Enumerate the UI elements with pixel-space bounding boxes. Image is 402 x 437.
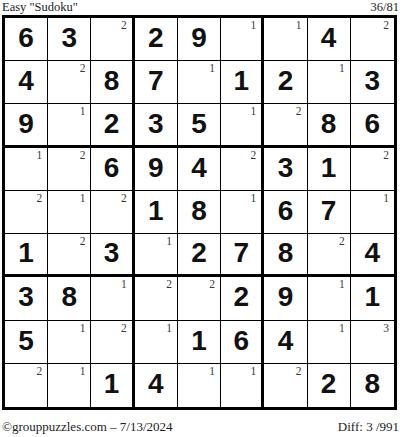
corner-mark: 1 [209,365,215,377]
corner-mark: 2 [121,19,127,31]
cell-r2c6[interactable]: 1 [221,61,264,104]
given-digit: 3 [365,67,381,95]
given-digit: 4 [18,67,34,95]
cell-r2c4[interactable]: 7 [135,61,178,104]
corner-mark: 1 [339,278,345,290]
cell-r5c8[interactable]: 7 [308,191,351,234]
cell-r9c3[interactable]: 1 [91,364,134,407]
given-digit: 4 [191,154,207,182]
given-digit: 4 [278,327,294,355]
given-digit: 6 [233,327,249,355]
cell-r2c3[interactable]: 8 [91,61,134,104]
cell-r9c9[interactable]: 8 [351,364,394,407]
given-digit: 9 [18,110,34,138]
cell-r3c8[interactable]: 8 [308,104,351,147]
corner-mark: 2 [121,192,127,204]
cell-r7c8[interactable]: 1 [308,277,351,320]
corner-mark: 2 [251,149,257,161]
cell-r6c9[interactable]: 4 [351,234,394,277]
given-digit: 3 [62,24,78,52]
given-digit: 3 [104,239,120,267]
corner-mark: 2 [80,62,86,74]
cell-r7c6[interactable]: 2 [221,277,264,320]
given-digit: 1 [233,67,249,95]
sudoku-board: 6322911424287112139123512861269423122121… [2,15,397,410]
difficulty-text: Diff: 3 /991 [338,419,399,435]
given-digit: 2 [104,110,120,138]
cell-r4c3[interactable]: 6 [91,148,134,191]
puzzle-title: Easy "Sudoku" [2,1,78,14]
given-digit: 5 [191,110,207,138]
cell-r5c2[interactable]: 1 [48,191,91,234]
given-digit: 1 [18,239,34,267]
cell-r9c5[interactable]: 1 [178,364,221,407]
cell-r1c6[interactable]: 1 [221,18,264,61]
cell-r1c9[interactable]: 2 [351,18,394,61]
cell-r2c2[interactable]: 2 [48,61,91,104]
cell-r8c4[interactable]: 1 [135,321,178,364]
given-digit: 1 [104,370,120,398]
given-digit: 2 [321,370,337,398]
sudoku-page: Easy "Sudoku" 36/81 63229114242871121391… [0,0,402,437]
corner-mark: 1 [251,105,257,117]
cell-r9c1[interactable]: 2 [5,364,48,407]
corner-mark: 1 [251,365,257,377]
corner-mark: 2 [36,365,42,377]
given-digit: 3 [18,283,34,311]
cell-r9c7[interactable]: 2 [264,364,307,407]
corner-mark: 1 [80,192,86,204]
given-digit: 7 [148,67,164,95]
corner-mark: 1 [80,322,86,334]
clue-counter: 36/81 [371,1,399,14]
cell-r3c3[interactable]: 2 [91,104,134,147]
corner-mark: 2 [209,278,215,290]
cell-r1c8[interactable]: 4 [308,18,351,61]
corner-mark: 1 [251,19,257,31]
cell-r5c9[interactable]: 1 [351,191,394,234]
cell-r3c2[interactable]: 1 [48,104,91,147]
cell-r6c6[interactable]: 7 [221,234,264,277]
corner-mark: 1 [80,365,86,377]
given-digit: 8 [104,67,120,95]
cell-r8c5[interactable]: 1 [178,321,221,364]
cell-r4c9[interactable]: 2 [351,148,394,191]
cell-r3c7[interactable]: 2 [264,104,307,147]
cell-r1c1[interactable]: 6 [5,18,48,61]
cell-r5c1[interactable]: 2 [5,191,48,234]
given-digit: 9 [278,283,294,311]
given-digit: 5 [18,327,34,355]
corner-mark: 2 [339,235,345,247]
cell-r3c4[interactable]: 3 [135,104,178,147]
corner-mark: 1 [209,62,215,74]
cell-r4c2[interactable]: 2 [48,148,91,191]
given-digit: 3 [278,154,294,182]
cell-r8c7[interactable]: 4 [264,321,307,364]
cell-r5c7[interactable]: 6 [264,191,307,234]
given-digit: 6 [18,24,34,52]
cell-r7c5[interactable]: 2 [178,277,221,320]
cell-r2c7[interactable]: 2 [264,61,307,104]
corner-mark: 2 [80,149,86,161]
cell-r4c4[interactable]: 9 [135,148,178,191]
corner-mark: 1 [296,19,302,31]
cell-r6c7[interactable]: 8 [264,234,307,277]
cell-r3c9[interactable]: 6 [351,104,394,147]
given-digit: 2 [278,67,294,95]
cell-r7c3[interactable]: 1 [91,277,134,320]
corner-mark: 3 [383,322,389,334]
cell-r3c6[interactable]: 1 [221,104,264,147]
given-digit: 9 [191,24,207,52]
cell-r3c5[interactable]: 5 [178,104,221,147]
cell-r2c5[interactable]: 1 [178,61,221,104]
cell-r9c4[interactable]: 4 [135,364,178,407]
cell-r8c9[interactable]: 3 [351,321,394,364]
cell-r2c1[interactable]: 4 [5,61,48,104]
corner-mark: 2 [383,19,389,31]
cell-r1c4[interactable]: 2 [135,18,178,61]
cell-r9c8[interactable]: 2 [308,364,351,407]
given-digit: 8 [191,197,207,225]
corner-mark: 1 [166,322,172,334]
cell-r1c2[interactable]: 3 [48,18,91,61]
cell-r7c7[interactable]: 9 [264,277,307,320]
corner-mark: 2 [80,235,86,247]
cell-r5c3[interactable]: 2 [91,191,134,234]
cell-r1c5[interactable]: 9 [178,18,221,61]
cell-r5c4[interactable]: 1 [135,191,178,234]
cell-r4c6[interactable]: 2 [221,148,264,191]
cell-r9c6[interactable]: 1 [221,364,264,407]
given-digit: 4 [148,370,164,398]
cell-r6c1[interactable]: 1 [5,234,48,277]
given-digit: 8 [365,370,381,398]
given-digit: 3 [148,110,164,138]
cell-r6c8[interactable]: 2 [308,234,351,277]
given-digit: 7 [321,197,337,225]
corner-mark: 1 [121,278,127,290]
cell-r4c5[interactable]: 4 [178,148,221,191]
cell-r8c1[interactable]: 5 [5,321,48,364]
cell-r9c2[interactable]: 1 [48,364,91,407]
cell-r8c2[interactable]: 1 [48,321,91,364]
cell-r6c3[interactable]: 3 [91,234,134,277]
corner-mark: 1 [339,322,345,334]
corner-mark: 2 [121,322,127,334]
given-digit: 8 [62,283,78,311]
given-digit: 1 [148,197,164,225]
corner-mark: 1 [166,235,172,247]
footer: ©grouppuzzles.com – 7/13/2024 Diff: 3 /9… [0,410,402,435]
corner-mark: 1 [251,192,257,204]
given-digit: 1 [365,283,381,311]
cell-r4c7[interactable]: 3 [264,148,307,191]
given-digit: 4 [321,24,337,52]
given-digit: 1 [321,154,337,182]
cell-r8c3[interactable]: 2 [91,321,134,364]
cell-r4c1[interactable]: 1 [5,148,48,191]
cell-r7c9[interactable]: 1 [351,277,394,320]
cell-r8c6[interactable]: 6 [221,321,264,364]
given-digit: 6 [104,154,120,182]
given-digit: 2 [191,239,207,267]
cell-r5c6[interactable]: 1 [221,191,264,234]
given-digit: 2 [148,24,164,52]
cell-r5c5[interactable]: 8 [178,191,221,234]
given-digit: 6 [278,197,294,225]
given-digit: 1 [191,327,207,355]
given-digit: 8 [278,239,294,267]
corner-mark: 1 [339,62,345,74]
copyright-text: ©grouppuzzles.com – 7/13/2024 [2,419,173,435]
cell-r7c2[interactable]: 8 [48,277,91,320]
cell-r6c2[interactable]: 2 [48,234,91,277]
corner-mark: 2 [36,192,42,204]
corner-mark: 1 [80,105,86,117]
corner-mark: 1 [383,192,389,204]
cell-r2c8[interactable]: 1 [308,61,351,104]
cell-r6c4[interactable]: 1 [135,234,178,277]
corner-mark: 2 [166,278,172,290]
cell-r7c4[interactable]: 2 [135,277,178,320]
given-digit: 6 [365,110,381,138]
cell-r7c1[interactable]: 3 [5,277,48,320]
given-digit: 9 [148,154,164,182]
corner-mark: 2 [383,149,389,161]
cell-r6c5[interactable]: 2 [178,234,221,277]
cell-r3c1[interactable]: 9 [5,104,48,147]
cell-r2c9[interactable]: 3 [351,61,394,104]
given-digit: 8 [321,110,337,138]
corner-mark: 1 [36,149,42,161]
given-digit: 2 [233,283,249,311]
cell-r1c7[interactable]: 1 [264,18,307,61]
given-digit: 7 [233,239,249,267]
corner-mark: 2 [296,365,302,377]
given-digit: 4 [365,239,381,267]
corner-mark: 2 [296,105,302,117]
cell-r1c3[interactable]: 2 [91,18,134,61]
header: Easy "Sudoku" 36/81 [0,0,402,14]
cell-r8c8[interactable]: 1 [308,321,351,364]
cell-r4c8[interactable]: 1 [308,148,351,191]
